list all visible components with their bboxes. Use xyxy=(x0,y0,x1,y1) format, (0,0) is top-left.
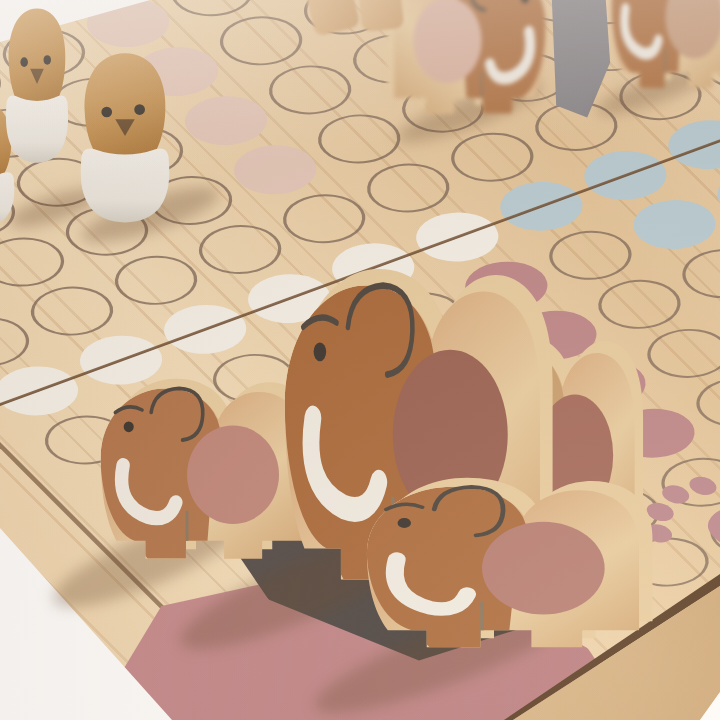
mammoth-front[interactable] xyxy=(334,462,654,654)
pieces-layer xyxy=(0,0,720,720)
mammoth-top-center-far[interactable] xyxy=(386,0,564,120)
mammoth-top-right-far[interactable] xyxy=(596,0,720,94)
photo-wooden-ludo-board xyxy=(0,0,720,720)
cropped-piece-stub[interactable] xyxy=(305,0,360,37)
cropped-piece-stub[interactable] xyxy=(358,0,405,32)
chick-front[interactable] xyxy=(58,46,192,226)
